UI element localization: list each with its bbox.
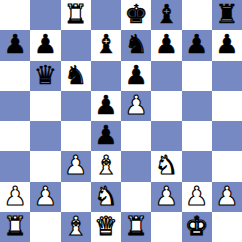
square-f7[interactable]: ♟ [151,30,181,60]
square-a3[interactable] [0,151,30,181]
black-pawn[interactable]: ♟ [94,92,117,118]
square-e6[interactable]: ♟ [121,61,151,91]
square-g7[interactable]: ♟ [182,30,212,60]
square-c8[interactable]: ♜ [61,0,91,30]
square-f4[interactable] [151,121,181,151]
square-h5[interactable] [212,91,242,121]
square-e7[interactable]: ♞ [121,30,151,60]
square-c5[interactable] [61,91,91,121]
square-h1[interactable] [212,212,242,242]
black-pawn[interactable]: ♟ [34,31,57,57]
square-b6[interactable]: ♛ [30,61,60,91]
black-pawn[interactable]: ♟ [185,31,208,57]
square-h4[interactable] [212,121,242,151]
square-c4[interactable] [61,121,91,151]
square-d8[interactable] [91,0,121,30]
square-h7[interactable]: ♟ [212,30,242,60]
square-b1[interactable] [30,212,60,242]
square-g3[interactable] [182,151,212,181]
square-f8[interactable]: ♝ [151,0,181,30]
square-a7[interactable]: ♟ [0,30,30,60]
white-king[interactable]: ♚ [185,213,208,239]
square-a2[interactable]: ♟ [0,182,30,212]
square-c7[interactable] [61,30,91,60]
square-b7[interactable]: ♟ [30,30,60,60]
square-d4[interactable]: ♟ [91,121,121,151]
square-c2[interactable] [61,182,91,212]
black-pawn[interactable]: ♟ [3,31,26,57]
black-pawn[interactable]: ♟ [215,31,238,57]
square-f3[interactable]: ♞ [151,151,181,181]
white-pawn[interactable]: ♟ [215,183,238,209]
black-knight[interactable]: ♞ [124,31,147,57]
square-b5[interactable] [30,91,60,121]
square-a8[interactable] [0,0,30,30]
square-d7[interactable]: ♝ [91,30,121,60]
chess-board: ♜♚♝♜♟♟♝♞♟♟♟♛♞♟♟♟♟♟♝♞♟♟♞♟♟♟♜♝♛♜♚ [0,0,242,242]
square-c6[interactable]: ♞ [61,61,91,91]
white-pawn[interactable]: ♟ [3,183,26,209]
black-pawn[interactable]: ♟ [124,62,147,88]
white-pawn[interactable]: ♟ [185,183,208,209]
square-d5[interactable]: ♟ [91,91,121,121]
white-pawn[interactable]: ♟ [155,183,178,209]
black-knight[interactable]: ♞ [64,62,87,88]
square-d2[interactable]: ♞ [91,182,121,212]
black-bishop[interactable]: ♝ [94,31,117,57]
square-c1[interactable]: ♝ [61,212,91,242]
square-h8[interactable]: ♜ [212,0,242,30]
square-g4[interactable] [182,121,212,151]
square-a6[interactable] [0,61,30,91]
square-e4[interactable] [121,121,151,151]
white-rook[interactable]: ♜ [64,1,87,27]
square-a4[interactable] [0,121,30,151]
square-g6[interactable] [182,61,212,91]
white-pawn[interactable]: ♟ [34,183,57,209]
white-rook[interactable]: ♜ [3,213,26,239]
square-e3[interactable] [121,151,151,181]
square-d3[interactable]: ♝ [91,151,121,181]
white-queen[interactable]: ♛ [94,213,117,239]
white-bishop[interactable]: ♝ [64,213,87,239]
square-e2[interactable] [121,182,151,212]
square-g8[interactable] [182,0,212,30]
white-knight[interactable]: ♞ [94,183,117,209]
square-a1[interactable]: ♜ [0,212,30,242]
square-e1[interactable]: ♜ [121,212,151,242]
square-g1[interactable]: ♚ [182,212,212,242]
square-h2[interactable]: ♟ [212,182,242,212]
square-b4[interactable] [30,121,60,151]
square-a5[interactable] [0,91,30,121]
square-g2[interactable]: ♟ [182,182,212,212]
white-pawn[interactable]: ♟ [64,152,87,178]
square-f2[interactable]: ♟ [151,182,181,212]
black-queen[interactable]: ♛ [34,62,57,88]
white-rook[interactable]: ♜ [124,213,147,239]
black-pawn[interactable]: ♟ [94,122,117,148]
square-f6[interactable] [151,61,181,91]
square-c3[interactable]: ♟ [61,151,91,181]
white-pawn[interactable]: ♟ [124,92,147,118]
black-pawn[interactable]: ♟ [155,31,178,57]
square-f1[interactable] [151,212,181,242]
square-b3[interactable] [30,151,60,181]
square-h6[interactable] [212,61,242,91]
black-king[interactable]: ♚ [124,1,147,27]
square-b8[interactable] [30,0,60,30]
square-e5[interactable]: ♟ [121,91,151,121]
white-knight[interactable]: ♞ [155,152,178,178]
square-h3[interactable] [212,151,242,181]
black-bishop[interactable]: ♝ [155,1,178,27]
square-f5[interactable] [151,91,181,121]
square-d6[interactable] [91,61,121,91]
white-bishop[interactable]: ♝ [94,152,117,178]
black-rook[interactable]: ♜ [215,1,238,27]
square-g5[interactable] [182,91,212,121]
square-d1[interactable]: ♛ [91,212,121,242]
square-e8[interactable]: ♚ [121,0,151,30]
square-b2[interactable]: ♟ [30,182,60,212]
